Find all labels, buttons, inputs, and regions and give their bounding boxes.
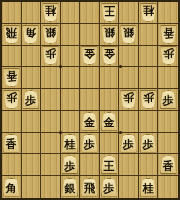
- square-5f[interactable]: 金: [80, 111, 100, 133]
- shogi-board: 桂王桂飛角銀銀銀香歩金金歩香歩歩歩歩歩金金香桂歩歩歩歩王香角銀飛歩桂: [0, 0, 180, 200]
- square-6g[interactable]: 桂: [61, 133, 81, 155]
- square-4e[interactable]: [100, 89, 120, 111]
- square-8g[interactable]: [22, 133, 42, 155]
- square-5h[interactable]: [80, 154, 100, 176]
- sente-king-piece[interactable]: 王: [101, 155, 118, 174]
- square-1d[interactable]: [158, 67, 178, 89]
- star-point: [119, 131, 122, 134]
- gote-king-piece[interactable]: 王: [101, 3, 118, 22]
- sente-lance-piece[interactable]: 香: [3, 134, 20, 153]
- square-7f[interactable]: [41, 111, 61, 133]
- square-9a[interactable]: [2, 2, 22, 24]
- square-2d[interactable]: [139, 67, 159, 89]
- square-3d[interactable]: [119, 67, 139, 89]
- square-9e[interactable]: 歩: [2, 89, 22, 111]
- square-9d[interactable]: 香: [2, 67, 22, 89]
- square-6f[interactable]: [61, 111, 81, 133]
- gote-bishop-piece[interactable]: 角: [22, 25, 39, 44]
- square-6a[interactable]: [61, 2, 81, 24]
- gote-lance-piece[interactable]: 香: [3, 68, 20, 87]
- square-6e[interactable]: [61, 89, 81, 111]
- square-1c[interactable]: 歩: [158, 46, 178, 68]
- sente-gold-piece[interactable]: 金: [101, 112, 118, 131]
- square-7h[interactable]: [41, 154, 61, 176]
- gote-gold-piece[interactable]: 金: [101, 46, 118, 65]
- square-1f[interactable]: [158, 111, 178, 133]
- square-5e[interactable]: [80, 89, 100, 111]
- square-2h[interactable]: [139, 154, 159, 176]
- sente-pawn-piece[interactable]: 歩: [140, 134, 157, 153]
- square-6h[interactable]: 歩: [61, 154, 81, 176]
- square-9g[interactable]: 香: [2, 133, 22, 155]
- square-3e[interactable]: 歩: [119, 89, 139, 111]
- square-3h[interactable]: [119, 154, 139, 176]
- square-1b[interactable]: 香: [158, 24, 178, 46]
- square-3a[interactable]: [119, 2, 139, 24]
- square-5b[interactable]: [80, 24, 100, 46]
- square-4f[interactable]: 金: [100, 111, 120, 133]
- star-point: [59, 65, 62, 68]
- square-8d[interactable]: [22, 67, 42, 89]
- square-2b[interactable]: [139, 24, 159, 46]
- shogi-screenshot: 桂王桂飛角銀銀銀香歩金金歩香歩歩歩歩歩金金香桂歩歩歩歩王香角銀飛歩桂: [0, 0, 180, 200]
- square-4a[interactable]: 王: [100, 2, 120, 24]
- square-7c[interactable]: 歩: [41, 46, 61, 68]
- square-4i[interactable]: 歩: [100, 176, 120, 198]
- square-6i[interactable]: 銀: [61, 176, 81, 198]
- square-2e[interactable]: 歩: [139, 89, 159, 111]
- square-4d[interactable]: [100, 67, 120, 89]
- square-4h[interactable]: 王: [100, 154, 120, 176]
- gote-silver-piece[interactable]: 銀: [101, 25, 118, 44]
- square-1i[interactable]: [158, 176, 178, 198]
- square-8c[interactable]: [22, 46, 42, 68]
- sente-pawn-piece[interactable]: 歩: [160, 90, 177, 109]
- sente-knight-piece[interactable]: 桂: [140, 178, 157, 197]
- sente-bishop-piece[interactable]: 角: [3, 178, 20, 197]
- square-3g[interactable]: 歩: [119, 133, 139, 155]
- square-9h[interactable]: [2, 154, 22, 176]
- star-point: [59, 131, 62, 134]
- sente-silver-piece[interactable]: 銀: [61, 178, 78, 197]
- square-5i[interactable]: 飛: [80, 176, 100, 198]
- square-3c[interactable]: [119, 46, 139, 68]
- star-point: [119, 65, 122, 68]
- square-8e[interactable]: 歩: [22, 89, 42, 111]
- square-2a[interactable]: 桂: [139, 2, 159, 24]
- square-6c[interactable]: [61, 46, 81, 68]
- square-4c[interactable]: 金: [100, 46, 120, 68]
- sente-pawn-piece[interactable]: 歩: [81, 134, 98, 153]
- sente-gold-piece[interactable]: 金: [81, 112, 98, 131]
- square-2c[interactable]: [139, 46, 159, 68]
- square-8f[interactable]: [22, 111, 42, 133]
- square-3i[interactable]: [119, 176, 139, 198]
- square-8i[interactable]: [22, 176, 42, 198]
- square-9i[interactable]: 角: [2, 176, 22, 198]
- gote-knight-piece[interactable]: 桂: [42, 3, 59, 22]
- square-7e[interactable]: [41, 89, 61, 111]
- gote-rook-piece[interactable]: 飛: [3, 25, 20, 44]
- sente-rook-piece[interactable]: 飛: [81, 178, 98, 197]
- square-4g[interactable]: [100, 133, 120, 155]
- square-6d[interactable]: [61, 67, 81, 89]
- square-1e[interactable]: 歩: [158, 89, 178, 111]
- square-5d[interactable]: [80, 67, 100, 89]
- square-7d[interactable]: [41, 67, 61, 89]
- gote-gold-piece[interactable]: 金: [81, 46, 98, 65]
- square-5g[interactable]: 歩: [80, 133, 100, 155]
- square-8h[interactable]: [22, 154, 42, 176]
- square-9c[interactable]: [2, 46, 22, 68]
- square-3b[interactable]: 銀: [119, 24, 139, 46]
- square-7i[interactable]: [41, 176, 61, 198]
- gote-silver-piece[interactable]: 銀: [42, 25, 59, 44]
- square-1h[interactable]: 香: [158, 154, 178, 176]
- square-8b[interactable]: 角: [22, 24, 42, 46]
- gote-pawn-piece[interactable]: 歩: [42, 46, 59, 65]
- square-7b[interactable]: 銀: [41, 24, 61, 46]
- sente-knight-piece[interactable]: 桂: [61, 134, 78, 153]
- square-8a[interactable]: [22, 2, 42, 24]
- square-3f[interactable]: [119, 111, 139, 133]
- sente-pawn-piece[interactable]: 歩: [22, 90, 39, 109]
- square-1g[interactable]: [158, 133, 178, 155]
- square-5a[interactable]: [80, 2, 100, 24]
- sente-pawn-piece[interactable]: 歩: [120, 134, 137, 153]
- square-7a[interactable]: 桂: [41, 2, 61, 24]
- gote-knight-piece[interactable]: 桂: [140, 3, 157, 22]
- square-2i[interactable]: 桂: [139, 176, 159, 198]
- square-2f[interactable]: [139, 111, 159, 133]
- square-9b[interactable]: 飛: [2, 24, 22, 46]
- gote-pawn-piece[interactable]: 歩: [120, 90, 137, 109]
- sente-pawn-piece[interactable]: 歩: [61, 155, 78, 174]
- sente-pawn-piece[interactable]: 歩: [101, 178, 118, 197]
- square-4b[interactable]: 銀: [100, 24, 120, 46]
- square-2g[interactable]: 歩: [139, 133, 159, 155]
- square-1a[interactable]: [158, 2, 178, 24]
- gote-silver-piece[interactable]: 銀: [120, 25, 137, 44]
- square-5c[interactable]: 金: [80, 46, 100, 68]
- gote-lance-piece[interactable]: 香: [160, 25, 177, 44]
- square-6b[interactable]: [61, 24, 81, 46]
- square-7g[interactable]: [41, 133, 61, 155]
- gote-pawn-piece[interactable]: 歩: [3, 90, 20, 109]
- gote-pawn-piece[interactable]: 歩: [160, 46, 177, 65]
- sente-lance-piece[interactable]: 香: [160, 155, 177, 174]
- square-9f[interactable]: [2, 111, 22, 133]
- gote-pawn-piece[interactable]: 歩: [140, 90, 157, 109]
